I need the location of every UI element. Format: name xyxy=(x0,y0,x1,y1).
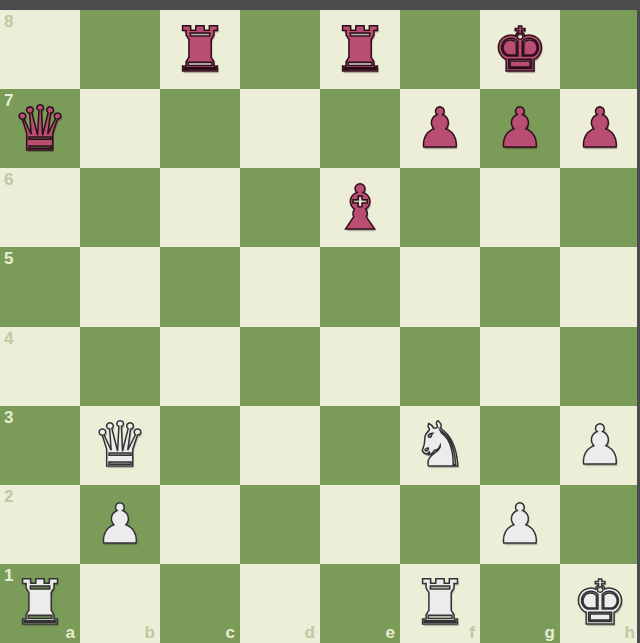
rank-label-6: 6 xyxy=(4,171,13,188)
square-e3[interactable] xyxy=(320,406,400,485)
square-c7[interactable] xyxy=(160,89,240,168)
file-label-b: b xyxy=(145,624,155,641)
square-a6[interactable]: 6 xyxy=(0,168,80,247)
square-h1[interactable]: h♚ xyxy=(560,564,640,643)
white-rook-a1[interactable]: ♜ xyxy=(12,572,68,634)
square-d7[interactable] xyxy=(240,89,320,168)
square-b2[interactable]: ♟ xyxy=(80,485,160,564)
square-e4[interactable] xyxy=(320,327,400,406)
square-a2[interactable]: 2 xyxy=(0,485,80,564)
black-pawn-f7[interactable]: ♟ xyxy=(415,101,464,156)
square-a4[interactable]: 4 xyxy=(0,327,80,406)
square-c4[interactable] xyxy=(160,327,240,406)
black-bishop-e6[interactable]: ♝ xyxy=(332,177,388,239)
black-rook-c8[interactable]: ♜ xyxy=(172,19,228,81)
square-c8[interactable]: ♜ xyxy=(160,10,240,89)
square-h8[interactable] xyxy=(560,10,640,89)
square-e1[interactable]: e xyxy=(320,564,400,643)
square-g8[interactable]: ♚ xyxy=(480,10,560,89)
square-b7[interactable] xyxy=(80,89,160,168)
chess-board: 8♜♜♚7♛♟♟♟6♝543♛♞♟2♟♟1a♜bcdef♜gh♚ xyxy=(0,10,640,643)
white-queen-b3[interactable]: ♛ xyxy=(92,414,148,476)
square-h3[interactable]: ♟ xyxy=(560,406,640,485)
square-d4[interactable] xyxy=(240,327,320,406)
square-f7[interactable]: ♟ xyxy=(400,89,480,168)
square-d5[interactable] xyxy=(240,247,320,326)
rank-label-5: 5 xyxy=(4,250,13,267)
white-knight-f3[interactable]: ♞ xyxy=(412,414,468,476)
square-e8[interactable]: ♜ xyxy=(320,10,400,89)
square-a3[interactable]: 3 xyxy=(0,406,80,485)
square-h7[interactable]: ♟ xyxy=(560,89,640,168)
square-f8[interactable] xyxy=(400,10,480,89)
square-a8[interactable]: 8 xyxy=(0,10,80,89)
square-c3[interactable] xyxy=(160,406,240,485)
rank-label-2: 2 xyxy=(4,488,13,505)
rank-label-3: 3 xyxy=(4,409,13,426)
white-pawn-g2[interactable]: ♟ xyxy=(495,497,544,552)
square-c5[interactable] xyxy=(160,247,240,326)
square-c1[interactable]: c xyxy=(160,564,240,643)
square-b1[interactable]: b xyxy=(80,564,160,643)
square-b3[interactable]: ♛ xyxy=(80,406,160,485)
square-d8[interactable] xyxy=(240,10,320,89)
top-bar xyxy=(0,0,640,10)
square-g4[interactable] xyxy=(480,327,560,406)
chess-app-window: 8♜♜♚7♛♟♟♟6♝543♛♞♟2♟♟1a♜bcdef♜gh♚ xyxy=(0,0,640,643)
white-pawn-b2[interactable]: ♟ xyxy=(95,497,144,552)
square-f3[interactable]: ♞ xyxy=(400,406,480,485)
square-d6[interactable] xyxy=(240,168,320,247)
square-b4[interactable] xyxy=(80,327,160,406)
square-d3[interactable] xyxy=(240,406,320,485)
rank-label-4: 4 xyxy=(4,330,13,347)
file-label-c: c xyxy=(226,624,235,641)
square-b5[interactable] xyxy=(80,247,160,326)
square-c6[interactable] xyxy=(160,168,240,247)
square-f4[interactable] xyxy=(400,327,480,406)
file-label-g: g xyxy=(545,624,555,641)
square-h4[interactable] xyxy=(560,327,640,406)
square-e6[interactable]: ♝ xyxy=(320,168,400,247)
white-rook-f1[interactable]: ♜ xyxy=(412,572,468,634)
square-a7[interactable]: 7♛ xyxy=(0,89,80,168)
square-g7[interactable]: ♟ xyxy=(480,89,560,168)
square-h2[interactable] xyxy=(560,485,640,564)
square-f1[interactable]: f♜ xyxy=(400,564,480,643)
square-g6[interactable] xyxy=(480,168,560,247)
black-rook-e8[interactable]: ♜ xyxy=(332,19,388,81)
square-h5[interactable] xyxy=(560,247,640,326)
square-d2[interactable] xyxy=(240,485,320,564)
square-b8[interactable] xyxy=(80,10,160,89)
square-a5[interactable]: 5 xyxy=(0,247,80,326)
square-g2[interactable]: ♟ xyxy=(480,485,560,564)
square-d1[interactable]: d xyxy=(240,564,320,643)
square-h6[interactable] xyxy=(560,168,640,247)
black-pawn-h7[interactable]: ♟ xyxy=(575,101,624,156)
white-king-h1[interactable]: ♚ xyxy=(572,572,628,634)
square-e2[interactable] xyxy=(320,485,400,564)
file-label-e: e xyxy=(386,624,395,641)
square-f6[interactable] xyxy=(400,168,480,247)
square-b6[interactable] xyxy=(80,168,160,247)
file-label-d: d xyxy=(305,624,315,641)
black-queen-a7[interactable]: ♛ xyxy=(12,98,68,160)
square-c2[interactable] xyxy=(160,485,240,564)
square-g5[interactable] xyxy=(480,247,560,326)
rank-label-8: 8 xyxy=(4,13,13,30)
file-label-f: f xyxy=(469,624,475,641)
square-e7[interactable] xyxy=(320,89,400,168)
black-pawn-g7[interactable]: ♟ xyxy=(495,101,544,156)
square-a1[interactable]: 1a♜ xyxy=(0,564,80,643)
square-e5[interactable] xyxy=(320,247,400,326)
black-king-g8[interactable]: ♚ xyxy=(492,19,548,81)
square-g1[interactable]: g xyxy=(480,564,560,643)
white-pawn-h3[interactable]: ♟ xyxy=(575,418,624,473)
square-f5[interactable] xyxy=(400,247,480,326)
square-g3[interactable] xyxy=(480,406,560,485)
square-f2[interactable] xyxy=(400,485,480,564)
